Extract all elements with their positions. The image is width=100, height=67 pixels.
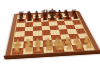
square-a7[interactable]: ♟ — [17, 19, 25, 23]
piece-black-pawn-a7[interactable]: ♟ — [17, 15, 25, 23]
piece-black-pawn-c7[interactable]: ♟ — [33, 15, 41, 23]
square-f7[interactable]: ♟ — [55, 17, 64, 21]
piece-white-knight-g1[interactable]: ♞ — [73, 39, 84, 51]
piece-white-queen-d1[interactable]: ♛ — [43, 40, 54, 54]
square-a4[interactable] — [15, 31, 25, 36]
square-g7[interactable]: ♟ — [63, 17, 72, 21]
square-e7[interactable]: ♟ — [48, 17, 56, 21]
piece-white-knight-b1[interactable]: ♞ — [22, 42, 33, 55]
chess-board: ♜♞♝♛♚♝♞♜♟♟♟♟♟♟♟♟♟♟♟♟♟♟♟♟♜♞♝♛♚♝♞♜ — [4, 11, 100, 59]
piece-black-pawn-g7[interactable]: ♟ — [64, 14, 72, 22]
piece-black-pawn-h7[interactable]: ♟ — [71, 13, 79, 21]
board-grid: ♜♞♝♛♚♝♞♜♟♟♟♟♟♟♟♟♟♟♟♟♟♟♟♟♜♞♝♛♚♝♞♜ — [12, 13, 94, 55]
square-c7[interactable]: ♟ — [33, 18, 41, 22]
square-c4[interactable] — [33, 30, 42, 35]
piece-black-pawn-e7[interactable]: ♟ — [48, 14, 56, 22]
piece-white-bishop-f1[interactable]: ♝ — [63, 40, 74, 53]
square-h7[interactable]: ♟ — [70, 17, 79, 21]
piece-white-rook-h1[interactable]: ♜ — [83, 40, 93, 51]
square-d7[interactable]: ♟ — [41, 18, 49, 22]
chess-set-photo: ♜♞♝♛♚♝♞♜♟♟♟♟♟♟♟♟♟♟♟♟♟♟♟♟♜♞♝♛♚♝♞♜ — [0, 0, 100, 67]
square-b7[interactable]: ♟ — [25, 18, 33, 22]
piece-white-bishop-c1[interactable]: ♝ — [32, 41, 43, 54]
piece-white-rook-a1[interactable]: ♜ — [11, 44, 22, 56]
